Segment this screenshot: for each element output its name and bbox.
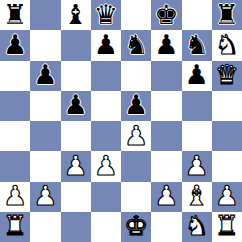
square-d6[interactable] bbox=[91, 61, 121, 91]
piece-white-pawn[interactable]: ♟ bbox=[154, 182, 178, 209]
square-h6[interactable]: ♛ bbox=[212, 61, 242, 91]
square-g7[interactable]: ♞ bbox=[182, 30, 212, 60]
square-b4[interactable] bbox=[30, 121, 60, 151]
square-d4[interactable] bbox=[91, 121, 121, 151]
piece-white-knight[interactable]: ♞ bbox=[215, 31, 239, 58]
square-g5[interactable] bbox=[182, 91, 212, 121]
square-b3[interactable] bbox=[30, 151, 60, 181]
piece-white-pawn[interactable]: ♟ bbox=[185, 152, 209, 179]
square-g3[interactable]: ♟ bbox=[182, 151, 212, 181]
piece-black-rook[interactable]: ♜ bbox=[3, 1, 27, 28]
square-a4[interactable] bbox=[0, 121, 30, 151]
square-h8[interactable]: ♜ bbox=[212, 0, 242, 30]
square-a7[interactable]: ♟ bbox=[0, 30, 30, 60]
square-f6[interactable] bbox=[151, 61, 181, 91]
piece-white-pawn[interactable]: ♟ bbox=[215, 182, 239, 209]
square-c4[interactable] bbox=[61, 121, 91, 151]
piece-black-pawn[interactable]: ♟ bbox=[94, 31, 118, 58]
square-c5[interactable]: ♟ bbox=[61, 91, 91, 121]
square-b8[interactable] bbox=[30, 0, 60, 30]
square-f5[interactable] bbox=[151, 91, 181, 121]
piece-black-pawn[interactable]: ♟ bbox=[3, 31, 27, 58]
piece-black-knight[interactable]: ♞ bbox=[185, 31, 209, 58]
square-h4[interactable] bbox=[212, 121, 242, 151]
piece-white-knight[interactable]: ♞ bbox=[185, 212, 209, 239]
square-f2[interactable]: ♟ bbox=[151, 182, 181, 212]
square-c8[interactable]: ♝ bbox=[61, 0, 91, 30]
square-b1[interactable] bbox=[30, 212, 60, 242]
square-g8[interactable] bbox=[182, 0, 212, 30]
piece-black-rook[interactable]: ♜ bbox=[215, 1, 239, 28]
square-d7[interactable]: ♟ bbox=[91, 30, 121, 60]
piece-white-rook[interactable]: ♜ bbox=[215, 212, 239, 239]
square-g4[interactable] bbox=[182, 121, 212, 151]
square-c1[interactable] bbox=[61, 212, 91, 242]
piece-white-pawn[interactable]: ♟ bbox=[64, 152, 88, 179]
square-a6[interactable] bbox=[0, 61, 30, 91]
square-e4[interactable]: ♟ bbox=[121, 121, 151, 151]
square-e2[interactable] bbox=[121, 182, 151, 212]
piece-black-knight[interactable]: ♞ bbox=[124, 31, 148, 58]
piece-white-rook[interactable]: ♜ bbox=[3, 212, 27, 239]
square-c3[interactable]: ♟ bbox=[61, 151, 91, 181]
square-f8[interactable]: ♚ bbox=[151, 0, 181, 30]
square-b6[interactable]: ♟ bbox=[30, 61, 60, 91]
piece-white-pawn[interactable]: ♟ bbox=[94, 152, 118, 179]
square-e7[interactable]: ♞ bbox=[121, 30, 151, 60]
piece-black-pawn[interactable]: ♟ bbox=[154, 31, 178, 58]
square-c2[interactable] bbox=[61, 182, 91, 212]
square-a8[interactable]: ♜ bbox=[0, 0, 30, 30]
square-h3[interactable] bbox=[212, 151, 242, 181]
chess-board: ♜♝♛♚♜♟♟♞♟♞♞♟♟♛♟♟♟♟♟♟♟♟♟♝♟♜♚♞♜ bbox=[0, 0, 242, 242]
piece-white-queen[interactable]: ♛ bbox=[215, 61, 239, 88]
square-a5[interactable] bbox=[0, 91, 30, 121]
piece-black-queen[interactable]: ♛ bbox=[94, 1, 118, 28]
square-e8[interactable] bbox=[121, 0, 151, 30]
square-d1[interactable] bbox=[91, 212, 121, 242]
square-h1[interactable]: ♜ bbox=[212, 212, 242, 242]
square-d5[interactable] bbox=[91, 91, 121, 121]
piece-white-king[interactable]: ♚ bbox=[124, 212, 148, 239]
piece-black-bishop[interactable]: ♝ bbox=[64, 1, 88, 28]
square-d8[interactable]: ♛ bbox=[91, 0, 121, 30]
square-b7[interactable] bbox=[30, 30, 60, 60]
square-g6[interactable]: ♟ bbox=[182, 61, 212, 91]
square-a3[interactable] bbox=[0, 151, 30, 181]
square-b2[interactable]: ♟ bbox=[30, 182, 60, 212]
square-g2[interactable]: ♝ bbox=[182, 182, 212, 212]
square-c6[interactable] bbox=[61, 61, 91, 91]
piece-black-pawn[interactable]: ♟ bbox=[64, 91, 88, 118]
piece-black-pawn[interactable]: ♟ bbox=[33, 61, 57, 88]
square-e1[interactable]: ♚ bbox=[121, 212, 151, 242]
piece-white-pawn[interactable]: ♟ bbox=[33, 182, 57, 209]
square-f7[interactable]: ♟ bbox=[151, 30, 181, 60]
square-h7[interactable]: ♞ bbox=[212, 30, 242, 60]
square-f1[interactable] bbox=[151, 212, 181, 242]
square-a1[interactable]: ♜ bbox=[0, 212, 30, 242]
piece-white-pawn[interactable]: ♟ bbox=[124, 122, 148, 149]
piece-white-bishop[interactable]: ♝ bbox=[185, 182, 209, 209]
square-c7[interactable] bbox=[61, 30, 91, 60]
square-g1[interactable]: ♞ bbox=[182, 212, 212, 242]
piece-black-pawn[interactable]: ♟ bbox=[124, 91, 148, 118]
piece-black-king[interactable]: ♚ bbox=[154, 1, 178, 28]
square-a2[interactable]: ♟ bbox=[0, 182, 30, 212]
square-b5[interactable] bbox=[30, 91, 60, 121]
square-f3[interactable] bbox=[151, 151, 181, 181]
square-f4[interactable] bbox=[151, 121, 181, 151]
square-d2[interactable] bbox=[91, 182, 121, 212]
piece-white-pawn[interactable]: ♟ bbox=[3, 182, 27, 209]
square-e5[interactable]: ♟ bbox=[121, 91, 151, 121]
piece-black-pawn[interactable]: ♟ bbox=[185, 61, 209, 88]
square-h2[interactable]: ♟ bbox=[212, 182, 242, 212]
square-d3[interactable]: ♟ bbox=[91, 151, 121, 181]
square-e6[interactable] bbox=[121, 61, 151, 91]
square-e3[interactable] bbox=[121, 151, 151, 181]
square-h5[interactable] bbox=[212, 91, 242, 121]
